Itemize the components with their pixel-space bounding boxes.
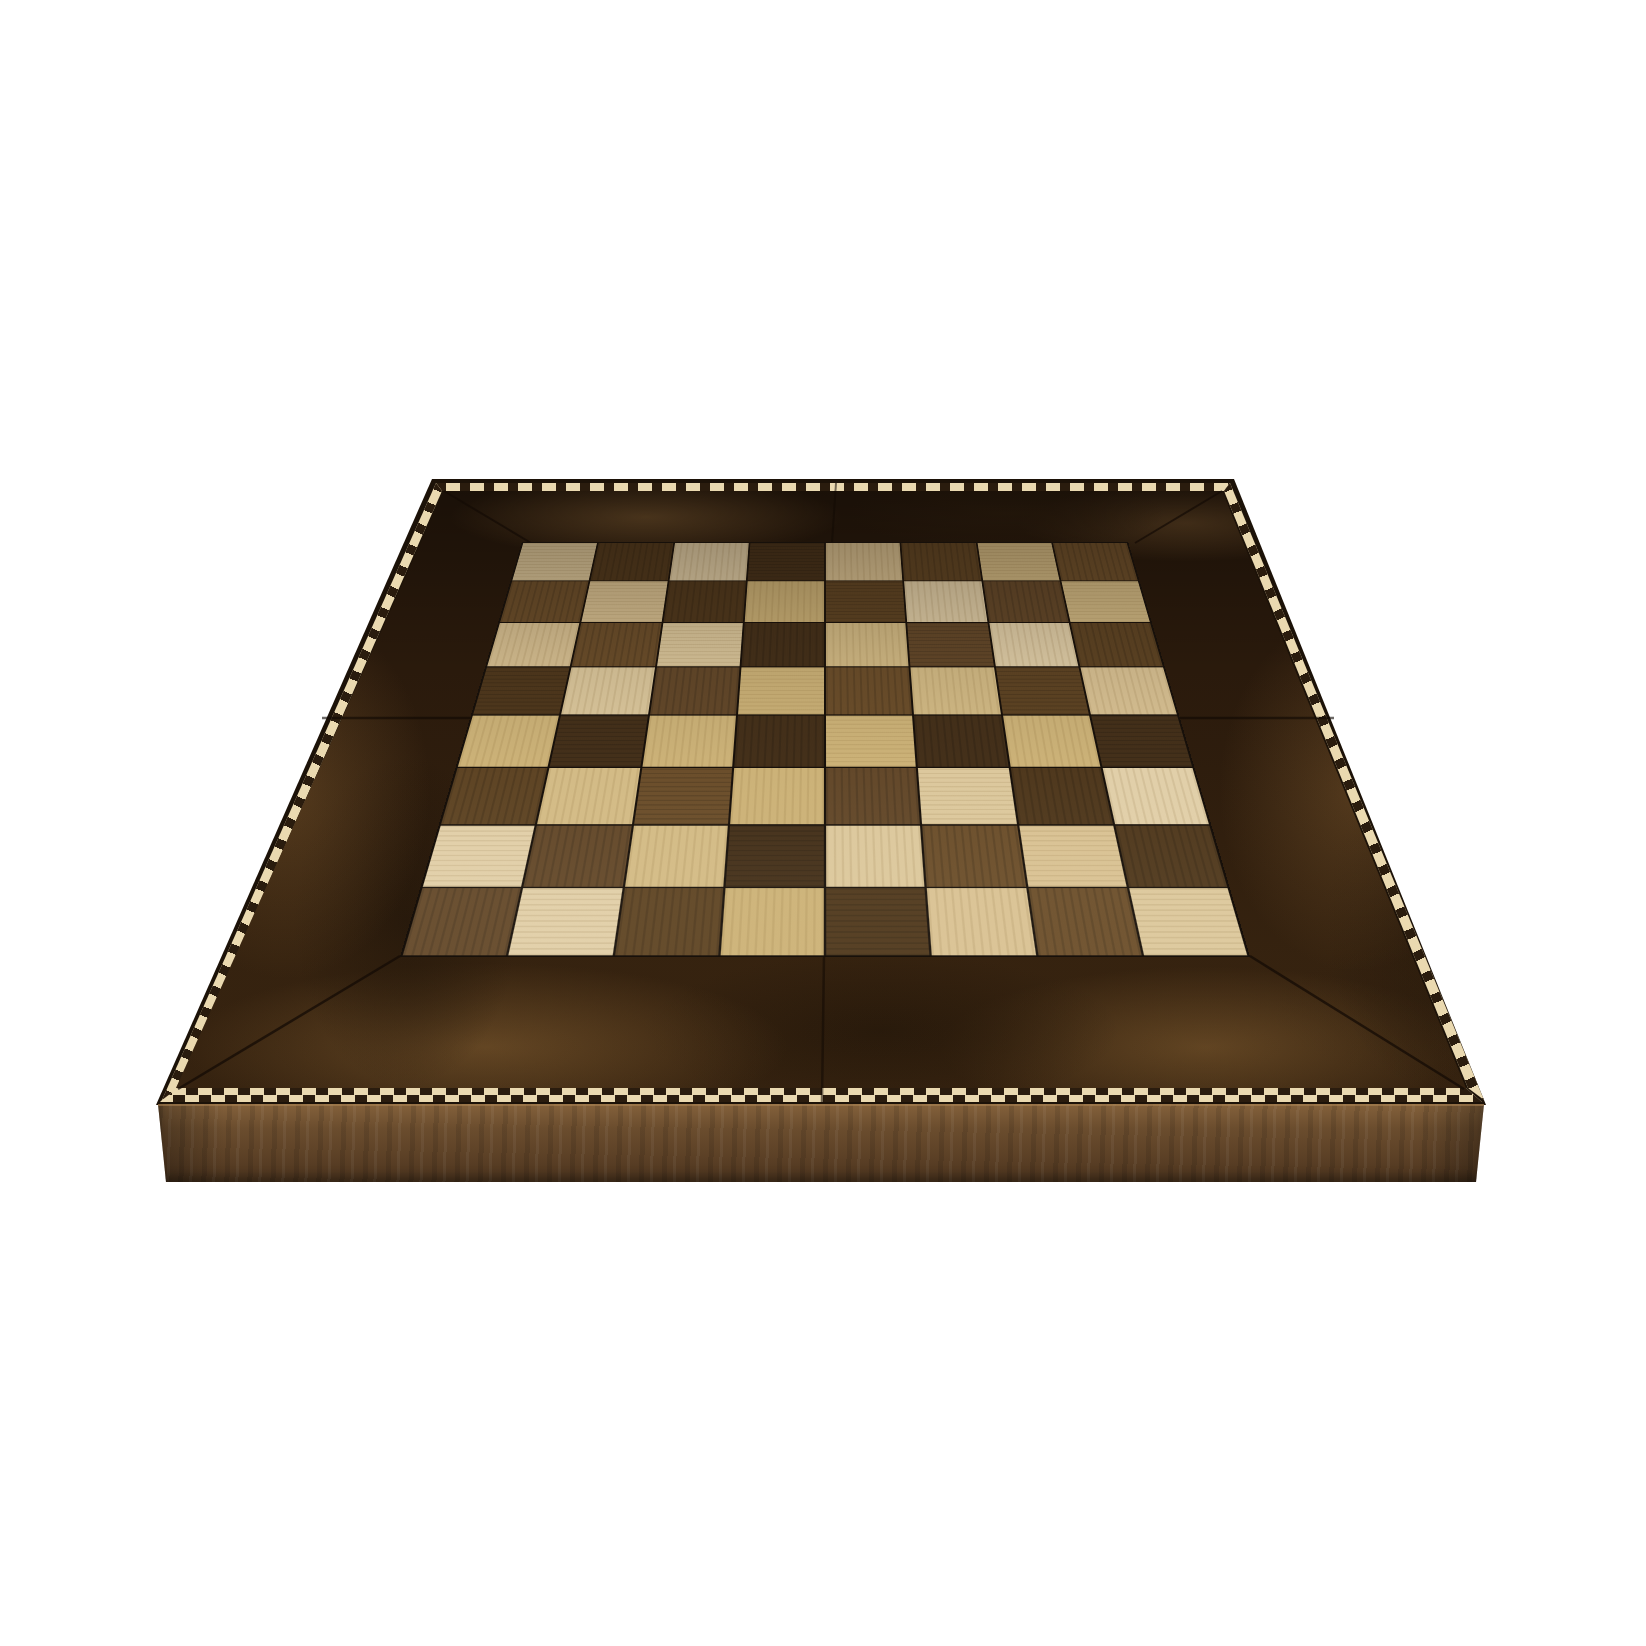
square-g8[interactable] [977, 543, 1059, 580]
square-a8[interactable] [512, 543, 597, 580]
square-d8[interactable] [747, 543, 824, 580]
square-d2[interactable] [725, 825, 824, 886]
square-c7[interactable] [663, 581, 746, 621]
square-f1[interactable] [927, 888, 1035, 955]
square-c6[interactable] [657, 623, 743, 667]
square-b1[interactable] [509, 888, 622, 955]
square-c8[interactable] [669, 543, 748, 580]
square-f8[interactable] [902, 543, 981, 580]
square-e3[interactable] [826, 768, 920, 824]
square-c1[interactable] [614, 888, 722, 955]
square-d4[interactable] [734, 716, 824, 767]
square-b3[interactable] [537, 768, 639, 824]
board-side-rail [158, 1104, 1484, 1184]
square-e2[interactable] [826, 825, 925, 886]
square-b8[interactable] [591, 543, 673, 580]
square-b2[interactable] [524, 825, 632, 886]
square-c5[interactable] [650, 667, 740, 714]
square-h5[interactable] [1080, 667, 1177, 714]
square-d1[interactable] [720, 888, 824, 955]
square-d7[interactable] [745, 581, 825, 621]
square-e8[interactable] [826, 543, 903, 580]
square-c4[interactable] [642, 716, 736, 767]
square-h2[interactable] [1115, 825, 1227, 886]
square-b7[interactable] [582, 581, 668, 621]
square-f2[interactable] [922, 825, 1025, 886]
square-h3[interactable] [1102, 768, 1208, 824]
square-d3[interactable] [730, 768, 824, 824]
square-h7[interactable] [1061, 581, 1149, 621]
square-a4[interactable] [458, 716, 559, 767]
square-f5[interactable] [911, 667, 1001, 714]
square-e5[interactable] [826, 667, 912, 714]
square-f7[interactable] [904, 581, 987, 621]
square-g3[interactable] [1010, 768, 1112, 824]
square-a7[interactable] [500, 581, 588, 621]
square-b6[interactable] [572, 623, 661, 667]
square-h1[interactable] [1129, 888, 1247, 955]
square-b4[interactable] [550, 716, 648, 767]
inlay-stripe-top [436, 483, 1230, 491]
square-g1[interactable] [1028, 888, 1141, 955]
square-f6[interactable] [907, 623, 993, 667]
square-a6[interactable] [487, 623, 579, 667]
square-c2[interactable] [625, 825, 728, 886]
square-e1[interactable] [826, 888, 930, 955]
checker-field [400, 542, 1250, 957]
square-a3[interactable] [441, 768, 547, 824]
square-d5[interactable] [738, 667, 824, 714]
square-e4[interactable] [826, 716, 916, 767]
square-g4[interactable] [1003, 716, 1101, 767]
square-h6[interactable] [1070, 623, 1162, 667]
square-b5[interactable] [561, 667, 654, 714]
square-a2[interactable] [423, 825, 535, 886]
square-c3[interactable] [634, 768, 732, 824]
square-h4[interactable] [1091, 716, 1192, 767]
square-g5[interactable] [995, 667, 1088, 714]
square-e7[interactable] [826, 581, 906, 621]
square-f4[interactable] [914, 716, 1008, 767]
square-f3[interactable] [918, 768, 1016, 824]
square-d6[interactable] [741, 623, 824, 667]
inlay-stripe-bottom [160, 1088, 1482, 1102]
square-g6[interactable] [989, 623, 1078, 667]
square-a1[interactable] [403, 888, 521, 955]
square-e6[interactable] [826, 623, 909, 667]
photo-stage [0, 0, 1646, 1646]
square-a5[interactable] [473, 667, 570, 714]
square-g7[interactable] [983, 581, 1069, 621]
square-g2[interactable] [1019, 825, 1127, 886]
square-h8[interactable] [1053, 543, 1138, 580]
